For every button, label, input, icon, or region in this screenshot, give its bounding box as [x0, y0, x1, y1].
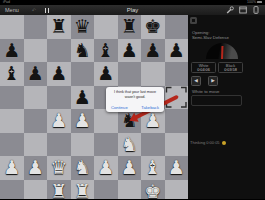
square-d3[interactable]	[71, 133, 95, 157]
square-e3[interactable]	[94, 133, 118, 157]
piece-black-queen-d8[interactable]: ♛	[74, 17, 91, 36]
square-h8[interactable]	[165, 15, 189, 39]
square-b4[interactable]	[24, 109, 48, 133]
wrench-icon[interactable]	[226, 6, 234, 14]
battery-percent: 100%	[247, 0, 256, 4]
dialog-message: I think that your last move wasn't good.	[106, 87, 164, 100]
opening-name: Opening: Semi-Slav Defense	[192, 30, 229, 40]
square-f7[interactable]: ♟	[118, 39, 142, 63]
square-a1[interactable]	[0, 180, 24, 200]
square-b2[interactable]: ♟	[24, 156, 48, 180]
piece-white-pawn-c4[interactable]: ♟	[50, 111, 67, 130]
turn-status: White to move	[192, 89, 219, 94]
move-back-button[interactable]: ◀	[191, 76, 201, 86]
piece-black-pawn-h7[interactable]: ♟	[168, 40, 185, 59]
square-h2[interactable]: ♟	[165, 156, 189, 180]
captured-pieces-tray	[191, 95, 242, 106]
square-a4[interactable]	[0, 109, 24, 133]
square-c4[interactable]: ♟	[47, 109, 71, 133]
square-a3[interactable]	[0, 133, 24, 157]
piece-black-pawn-d5[interactable]: ♟	[74, 87, 91, 106]
black-clock: Black 0:03:58	[218, 62, 243, 73]
square-e1[interactable]	[94, 180, 118, 200]
piece-white-pawn-a2[interactable]: ♟	[3, 158, 20, 177]
square-c3[interactable]	[47, 133, 71, 157]
square-a6[interactable]: ♝	[0, 62, 24, 86]
square-e4[interactable]	[94, 109, 118, 133]
menu-button[interactable]: Menu	[5, 7, 19, 13]
square-b6[interactable]: ♟	[24, 62, 48, 86]
panel-collapse-button[interactable]	[190, 17, 197, 24]
square-b3[interactable]	[24, 133, 48, 157]
piece-white-pawn-e2[interactable]: ♟	[97, 158, 114, 177]
square-b7[interactable]	[24, 39, 48, 63]
square-a8[interactable]	[0, 15, 24, 39]
piece-white-rook-c1[interactable]: ♜	[50, 181, 67, 199]
piece-black-bishop-a6[interactable]: ♝	[3, 64, 20, 83]
app-screen: iPad 100% Menu ↶ Play ♜♛♜♚♟♞♝♟♟♟♝♟♟♟♟♟♟♞…	[0, 0, 265, 199]
piece-white-bishop-g2[interactable]: ♝	[144, 158, 161, 177]
square-f4[interactable]: ♞	[118, 109, 142, 133]
square-e2[interactable]: ♟	[94, 156, 118, 180]
square-g8[interactable]: ♚	[141, 15, 165, 39]
balance-gauge	[206, 43, 238, 59]
square-h3[interactable]	[165, 133, 189, 157]
piece-white-knight-d2[interactable]: ♞	[74, 158, 91, 177]
gauge-needle	[221, 45, 223, 59]
square-g2[interactable]: ♝	[141, 156, 165, 180]
takeback-dialog: I think that your last move wasn't good.…	[106, 87, 164, 112]
piece-black-knight-f4[interactable]: ♞	[121, 111, 138, 130]
battery-icon	[257, 1, 262, 3]
square-h6[interactable]	[165, 62, 189, 86]
square-c6[interactable]: ♟	[47, 62, 71, 86]
piece-white-king-g1[interactable]: ♚	[144, 181, 161, 199]
piece-white-pawn-f2[interactable]: ♟	[121, 158, 138, 177]
piece-black-bishop-e7[interactable]: ♝	[97, 40, 114, 59]
square-d7[interactable]: ♞	[71, 39, 95, 63]
square-e8[interactable]	[94, 15, 118, 39]
square-a5[interactable]	[0, 86, 24, 110]
continue-button[interactable]: Continue	[111, 105, 128, 110]
square-f6[interactable]	[118, 62, 142, 86]
square-f1[interactable]	[118, 180, 142, 200]
square-g3[interactable]	[141, 133, 165, 157]
square-b5[interactable]	[24, 86, 48, 110]
nav-toolbar	[226, 6, 260, 14]
square-h5[interactable]	[165, 86, 189, 110]
piece-white-queen-c2[interactable]: ♛	[50, 158, 67, 177]
square-h7[interactable]: ♟	[165, 39, 189, 63]
square-d5[interactable]: ♟	[71, 86, 95, 110]
piece-white-pawn-g4[interactable]: ♟	[144, 111, 161, 130]
piece-black-king-g8[interactable]: ♚	[144, 17, 161, 36]
piece-white-pawn-h2[interactable]: ♟	[168, 158, 185, 177]
square-g1[interactable]: ♚	[141, 180, 165, 200]
square-c1[interactable]: ♜	[47, 180, 71, 200]
square-b1[interactable]	[24, 180, 48, 200]
pause-button[interactable]	[45, 8, 49, 13]
game-info-panel: Opening: Semi-Slav Defense White 0:04:06…	[188, 15, 265, 199]
piece-black-pawn-b6[interactable]: ♟	[27, 64, 44, 83]
piece-black-pawn-f7[interactable]: ♟	[121, 40, 138, 59]
white-clock: White 0:04:06	[191, 62, 216, 73]
square-f3[interactable]: ♞	[118, 133, 142, 157]
square-d1[interactable]: ♜	[71, 180, 95, 200]
box-icon[interactable]	[239, 6, 247, 14]
takeback-button[interactable]: Takeback	[141, 105, 159, 110]
square-b8[interactable]	[24, 15, 48, 39]
square-a7[interactable]: ♟	[0, 39, 24, 63]
square-d4[interactable]: ♟	[71, 109, 95, 133]
square-g4[interactable]: ♟	[141, 109, 165, 133]
square-g7[interactable]: ♟	[141, 39, 165, 63]
piece-white-rook-d1[interactable]: ♜	[74, 181, 91, 199]
square-c5[interactable]	[47, 86, 71, 110]
square-f2[interactable]: ♟	[118, 156, 142, 180]
square-c7[interactable]	[47, 39, 71, 63]
piece-black-rook-f8[interactable]: ♜	[121, 17, 138, 36]
piece-black-rook-c8[interactable]: ♜	[50, 17, 67, 36]
square-d6[interactable]	[71, 62, 95, 86]
square-f8[interactable]: ♜	[118, 15, 142, 39]
square-c2[interactable]: ♛	[47, 156, 71, 180]
piece-white-pawn-d4[interactable]: ♟	[74, 111, 91, 130]
square-g6[interactable]	[141, 62, 165, 86]
piece-black-pawn-g7[interactable]: ♟	[144, 40, 161, 59]
piece-white-knight-f3[interactable]: ♞	[121, 134, 138, 153]
square-a2[interactable]: ♟	[0, 156, 24, 180]
undo-icon[interactable]: ↶	[32, 7, 36, 13]
square-d8[interactable]: ♛	[71, 15, 95, 39]
square-h1[interactable]	[165, 180, 189, 200]
square-d2[interactable]: ♞	[71, 156, 95, 180]
piece-black-pawn-a7[interactable]: ♟	[3, 40, 20, 59]
engine-thinking-ball	[222, 141, 226, 145]
square-e6[interactable]: ♟	[94, 62, 118, 86]
square-h4[interactable]	[165, 109, 189, 133]
engine-status: Thinking 0:00:05	[190, 140, 226, 145]
piece-white-pawn-b2[interactable]: ♟	[27, 158, 44, 177]
move-forward-button[interactable]: ▶	[208, 76, 218, 86]
square-c8[interactable]: ♜	[47, 15, 71, 39]
piece-black-knight-d7[interactable]: ♞	[74, 40, 91, 59]
piece-black-pawn-e6[interactable]: ♟	[97, 64, 114, 83]
piece-black-pawn-c6[interactable]: ♟	[50, 64, 67, 83]
phone-icon[interactable]	[252, 6, 260, 14]
square-e7[interactable]: ♝	[94, 39, 118, 63]
